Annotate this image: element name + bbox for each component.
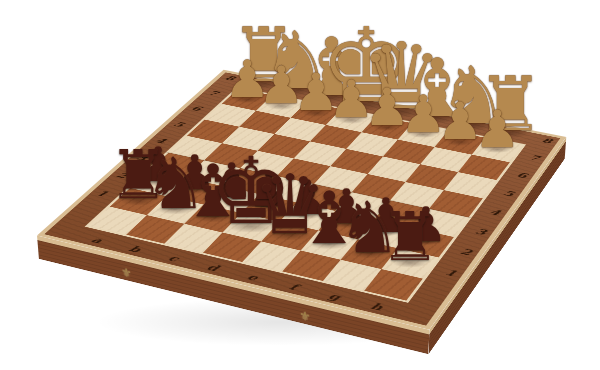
piece-dark-rook-h1[interactable]: ♜	[380, 204, 440, 271]
hinge-ornament-icon: ⚜	[299, 308, 311, 323]
chess-photo-stage: ⚜⚜ abcdefgh1122334455667788 ♜♞♝♟♚♟♛♟♝♟♞♟…	[0, 0, 600, 370]
piece-light-pawn-h7[interactable]: ♟	[474, 104, 520, 156]
hinge-ornament-icon: ⚜	[121, 265, 133, 279]
